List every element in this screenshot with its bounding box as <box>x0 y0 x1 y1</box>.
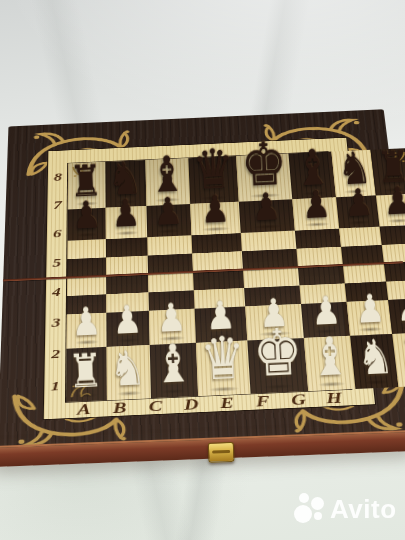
square-h7[interactable]: ♟ <box>376 194 405 227</box>
file-label: B <box>102 399 138 417</box>
square-a7[interactable]: ♟ <box>67 208 106 241</box>
piece-black-pawn-h7[interactable]: ♟ <box>383 182 405 221</box>
piece-black-pawn-e7[interactable]: ♟ <box>251 188 281 227</box>
file-label: G <box>280 391 317 409</box>
clasp-latch <box>208 442 235 463</box>
rank-label: 3 <box>45 307 67 339</box>
square-c6[interactable] <box>147 235 192 255</box>
piece-white-queen-d1[interactable]: ♛ <box>199 328 246 389</box>
piece-black-pawn-a7[interactable]: ♟ <box>71 196 101 235</box>
square-c1[interactable]: ♝ <box>149 343 197 398</box>
square-a6[interactable] <box>67 239 106 259</box>
square-b6[interactable] <box>106 237 147 257</box>
piece-white-pawn-b2[interactable]: ♟ <box>112 300 143 340</box>
square-a1[interactable]: ♜ <box>66 347 107 402</box>
piece-white-pawn-c2[interactable]: ♟ <box>156 298 187 338</box>
square-a5[interactable] <box>67 257 106 277</box>
rank-label: 5 <box>46 248 67 278</box>
rank-label: 6 <box>47 219 68 249</box>
piece-white-rook-a1[interactable]: ♜ <box>67 347 104 395</box>
piece-white-pawn-g2[interactable]: ♟ <box>354 289 385 329</box>
rank-label: 1 <box>44 370 66 403</box>
file-label: E <box>209 394 246 412</box>
piece-white-king-e1[interactable]: ♚ <box>251 320 303 387</box>
piece-white-knight-b1[interactable]: ♞ <box>108 343 147 393</box>
board-grid: ♜♞♝♛♚♝♞♜♟♟♟♟♟♟♟♟♟♟♟♟♟♟♟♟♜♞♝♛♚♝♞♜ <box>66 152 351 402</box>
rank-labels-left: 87654321 <box>44 164 68 403</box>
piece-black-pawn-f7[interactable]: ♟ <box>301 185 331 224</box>
rank-label: 8 <box>48 164 68 192</box>
square-e7[interactable]: ♟ <box>239 199 296 233</box>
square-b5[interactable] <box>106 255 147 275</box>
piece-black-pawn-d7[interactable]: ♟ <box>200 190 230 229</box>
rank-label: 7 <box>330 178 353 207</box>
square-d1[interactable]: ♛ <box>195 341 250 397</box>
square-b1[interactable]: ♞ <box>107 345 151 400</box>
rank-label: 6 <box>333 206 357 236</box>
rank-label: 7 <box>47 191 68 220</box>
square-f1[interactable]: ♝ <box>304 336 355 391</box>
square-c7[interactable]: ♟ <box>146 204 191 237</box>
piece-white-bishop-f1[interactable]: ♝ <box>309 330 351 384</box>
file-label: F <box>244 392 281 410</box>
piece-white-knight-g1[interactable]: ♞ <box>356 332 395 382</box>
square-d7[interactable]: ♟ <box>190 202 241 236</box>
file-label: H <box>316 389 353 407</box>
square-h5[interactable] <box>382 243 405 263</box>
piece-black-pawn-c7[interactable]: ♟ <box>153 192 183 231</box>
chess-board-box: 87654321 87654321 ABCDEFGH ♜♞♝♛♚♝♞♜♟♟♟♟♟… <box>0 109 405 455</box>
watermark-text: Avito <box>330 494 397 525</box>
square-h6[interactable] <box>380 225 405 245</box>
avito-logo-icon <box>294 492 326 526</box>
photo-scene: 87654321 87654321 ABCDEFGH ♜♞♝♛♚♝♞♜♟♟♟♟♟… <box>0 0 405 540</box>
rank-label: 4 <box>46 277 67 308</box>
square-b7[interactable]: ♟ <box>106 206 147 239</box>
rank-label: 8 <box>328 151 351 179</box>
piece-white-bishop-c1[interactable]: ♝ <box>152 337 194 391</box>
square-h4[interactable] <box>384 261 405 281</box>
square-f6[interactable] <box>295 228 341 248</box>
square-g1[interactable]: ♞ <box>350 334 399 389</box>
piece-black-pawn-b7[interactable]: ♟ <box>111 194 141 233</box>
square-b4[interactable] <box>107 274 149 294</box>
square-e1[interactable]: ♚ <box>247 338 309 394</box>
rank-label: 5 <box>336 235 360 265</box>
square-f4[interactable] <box>298 265 345 286</box>
square-d5[interactable] <box>192 251 243 272</box>
piece-white-pawn-a2[interactable]: ♟ <box>70 302 101 342</box>
piece-white-pawn-f2[interactable]: ♟ <box>310 291 341 331</box>
board-coordinate-border: 87654321 87654321 ABCDEFGH ♜♞♝♛♚♝♞♜♟♟♟♟♟… <box>43 137 376 420</box>
file-label: D <box>173 396 209 414</box>
piece-white-rook-h1[interactable]: ♜ <box>399 332 405 380</box>
file-label: C <box>137 397 173 415</box>
rank-label: 2 <box>45 338 67 371</box>
square-f5[interactable] <box>297 246 343 266</box>
avito-watermark: Avito <box>294 492 397 526</box>
piece-white-pawn-h2[interactable]: ♟ <box>395 287 405 327</box>
square-d6[interactable] <box>191 233 242 253</box>
file-label: A <box>66 400 102 418</box>
square-a4[interactable] <box>67 275 107 295</box>
